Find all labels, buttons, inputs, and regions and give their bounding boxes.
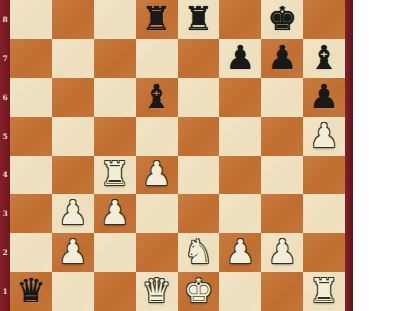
square-b4[interactable] xyxy=(52,156,94,195)
piece-white-pawn[interactable]: ♟ xyxy=(142,157,172,192)
piece-black-rook[interactable]: ♜ xyxy=(142,2,172,37)
square-f5[interactable] xyxy=(219,117,261,156)
square-c5[interactable] xyxy=(94,117,136,156)
square-e3[interactable] xyxy=(178,194,220,233)
square-d5[interactable] xyxy=(136,117,178,156)
piece-white-pawn[interactable]: ♟ xyxy=(226,235,256,270)
square-b6[interactable] xyxy=(52,78,94,117)
square-c4[interactable]: ♜ xyxy=(94,156,136,195)
rank-label-6: 6 xyxy=(0,78,10,117)
square-f1[interactable] xyxy=(219,272,261,311)
square-b3[interactable]: ♟ xyxy=(52,194,94,233)
square-d6[interactable]: ♝ xyxy=(136,78,178,117)
piece-black-bishop[interactable]: ♝ xyxy=(309,41,339,76)
piece-white-pawn[interactable]: ♟ xyxy=(58,196,88,231)
square-d2[interactable] xyxy=(136,233,178,272)
square-a1[interactable]: ♛ xyxy=(10,272,52,311)
square-h8[interactable] xyxy=(303,0,345,39)
piece-black-bishop[interactable]: ♝ xyxy=(142,80,172,115)
page: 8 7 6 5 4 3 2 1 ♜♜♚♟♟♝♝♟♟♜♟♟♟♟♞♟♟♛♛♚♜ xyxy=(0,0,414,311)
square-c8[interactable] xyxy=(94,0,136,39)
square-h1[interactable]: ♜ xyxy=(303,272,345,311)
rank-label-1: 1 xyxy=(0,272,10,311)
square-g3[interactable] xyxy=(261,194,303,233)
piece-black-pawn[interactable]: ♟ xyxy=(267,41,297,76)
square-a3[interactable] xyxy=(10,194,52,233)
piece-white-knight[interactable]: ♞ xyxy=(184,235,214,270)
square-b7[interactable] xyxy=(52,39,94,78)
board-border-right xyxy=(345,0,353,311)
square-h7[interactable]: ♝ xyxy=(303,39,345,78)
square-g7[interactable]: ♟ xyxy=(261,39,303,78)
square-b1[interactable] xyxy=(52,272,94,311)
piece-white-queen[interactable]: ♛ xyxy=(142,274,172,309)
rank-label-4: 4 xyxy=(0,156,10,195)
piece-black-pawn[interactable]: ♟ xyxy=(309,80,339,115)
square-c6[interactable] xyxy=(94,78,136,117)
square-g1[interactable] xyxy=(261,272,303,311)
square-f8[interactable] xyxy=(219,0,261,39)
square-g4[interactable] xyxy=(261,156,303,195)
square-d4[interactable]: ♟ xyxy=(136,156,178,195)
rank-label-8: 8 xyxy=(0,0,10,39)
square-h3[interactable] xyxy=(303,194,345,233)
piece-white-pawn[interactable]: ♟ xyxy=(58,235,88,270)
piece-black-pawn[interactable]: ♟ xyxy=(226,41,256,76)
square-b5[interactable] xyxy=(52,117,94,156)
rank-label-3: 3 xyxy=(0,194,10,233)
square-e4[interactable] xyxy=(178,156,220,195)
square-e7[interactable] xyxy=(178,39,220,78)
square-b2[interactable]: ♟ xyxy=(52,233,94,272)
square-f7[interactable]: ♟ xyxy=(219,39,261,78)
square-f6[interactable] xyxy=(219,78,261,117)
square-a8[interactable] xyxy=(10,0,52,39)
square-f4[interactable] xyxy=(219,156,261,195)
square-c2[interactable] xyxy=(94,233,136,272)
square-e8[interactable]: ♜ xyxy=(178,0,220,39)
piece-white-rook[interactable]: ♜ xyxy=(309,274,339,309)
piece-black-queen[interactable]: ♛ xyxy=(16,274,46,309)
square-e1[interactable]: ♚ xyxy=(178,272,220,311)
square-a6[interactable] xyxy=(10,78,52,117)
square-e6[interactable] xyxy=(178,78,220,117)
piece-white-rook[interactable]: ♜ xyxy=(100,157,130,192)
square-a4[interactable] xyxy=(10,156,52,195)
square-g8[interactable]: ♚ xyxy=(261,0,303,39)
square-f3[interactable] xyxy=(219,194,261,233)
piece-white-king[interactable]: ♚ xyxy=(184,274,214,309)
square-d3[interactable] xyxy=(136,194,178,233)
square-a2[interactable] xyxy=(10,233,52,272)
square-d7[interactable] xyxy=(136,39,178,78)
square-c1[interactable] xyxy=(94,272,136,311)
square-c3[interactable]: ♟ xyxy=(94,194,136,233)
rank-label-2: 2 xyxy=(0,233,10,272)
square-e2[interactable]: ♞ xyxy=(178,233,220,272)
piece-white-pawn[interactable]: ♟ xyxy=(100,196,130,231)
piece-black-rook[interactable]: ♜ xyxy=(184,2,214,37)
square-c7[interactable] xyxy=(94,39,136,78)
board-border-left: 8 7 6 5 4 3 2 1 xyxy=(0,0,10,311)
rank-label-7: 7 xyxy=(0,39,10,78)
square-e5[interactable] xyxy=(178,117,220,156)
piece-black-king[interactable]: ♚ xyxy=(267,2,297,37)
square-d1[interactable]: ♛ xyxy=(136,272,178,311)
square-g2[interactable]: ♟ xyxy=(261,233,303,272)
square-d8[interactable]: ♜ xyxy=(136,0,178,39)
square-h2[interactable] xyxy=(303,233,345,272)
square-h4[interactable] xyxy=(303,156,345,195)
chess-board: 8 7 6 5 4 3 2 1 ♜♜♚♟♟♝♝♟♟♜♟♟♟♟♞♟♟♛♛♚♜ xyxy=(0,0,353,311)
square-h5[interactable]: ♟ xyxy=(303,117,345,156)
square-g5[interactable] xyxy=(261,117,303,156)
piece-white-pawn[interactable]: ♟ xyxy=(309,119,339,154)
square-b8[interactable] xyxy=(52,0,94,39)
square-a5[interactable] xyxy=(10,117,52,156)
square-f2[interactable]: ♟ xyxy=(219,233,261,272)
square-h6[interactable]: ♟ xyxy=(303,78,345,117)
board-squares: ♜♜♚♟♟♝♝♟♟♜♟♟♟♟♞♟♟♛♛♚♜ xyxy=(10,0,345,311)
rank-label-5: 5 xyxy=(0,117,10,156)
piece-white-pawn[interactable]: ♟ xyxy=(267,235,297,270)
square-g6[interactable] xyxy=(261,78,303,117)
square-a7[interactable] xyxy=(10,39,52,78)
